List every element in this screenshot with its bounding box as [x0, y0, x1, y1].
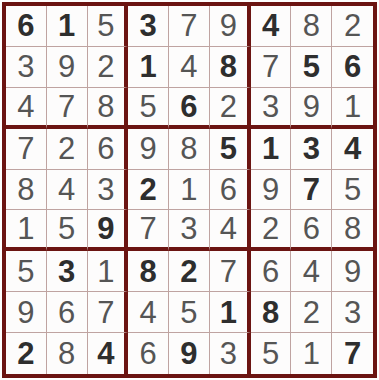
cell-r3c9[interactable]: 1	[332, 88, 373, 129]
sudoku-board: 6153794823921487564785623917269851348432…	[2, 2, 377, 378]
cell-r4c5[interactable]: 8	[169, 129, 210, 170]
cell-r4c9[interactable]: 4	[332, 129, 373, 170]
cell-r9c3[interactable]: 4	[88, 333, 129, 374]
cell-r2c4[interactable]: 1	[128, 47, 169, 88]
cell-r4c8[interactable]: 3	[291, 129, 332, 170]
cell-r5c2[interactable]: 4	[47, 170, 88, 211]
cell-r8c9[interactable]: 3	[332, 292, 373, 333]
cell-r1c8[interactable]: 8	[291, 6, 332, 47]
cell-r5c9[interactable]: 5	[332, 170, 373, 211]
cell-r4c4[interactable]: 9	[128, 129, 169, 170]
cell-r2c8[interactable]: 5	[291, 47, 332, 88]
cell-r5c7[interactable]: 9	[251, 170, 292, 211]
cell-r7c1[interactable]: 5	[6, 251, 47, 292]
cell-r3c5[interactable]: 6	[169, 88, 210, 129]
cell-r1c5[interactable]: 7	[169, 6, 210, 47]
cell-r8c2[interactable]: 6	[47, 292, 88, 333]
cell-r7c4[interactable]: 8	[128, 251, 169, 292]
cell-r3c8[interactable]: 9	[291, 88, 332, 129]
cell-r2c5[interactable]: 4	[169, 47, 210, 88]
cell-r6c4[interactable]: 7	[128, 210, 169, 251]
cell-r9c7[interactable]: 5	[251, 333, 292, 374]
cell-r4c3[interactable]: 6	[88, 129, 129, 170]
cell-r2c1[interactable]: 3	[6, 47, 47, 88]
cell-r5c4[interactable]: 2	[128, 170, 169, 211]
cell-r6c3[interactable]: 9	[88, 210, 129, 251]
cell-r8c4[interactable]: 4	[128, 292, 169, 333]
cell-r8c6[interactable]: 1	[210, 292, 251, 333]
cell-r7c5[interactable]: 2	[169, 251, 210, 292]
cell-r8c3[interactable]: 7	[88, 292, 129, 333]
cell-r1c3[interactable]: 5	[88, 6, 129, 47]
cell-r6c8[interactable]: 6	[291, 210, 332, 251]
cell-r2c3[interactable]: 2	[88, 47, 129, 88]
cell-r6c6[interactable]: 4	[210, 210, 251, 251]
cell-r9c9[interactable]: 7	[332, 333, 373, 374]
cell-r7c2[interactable]: 3	[47, 251, 88, 292]
cell-r9c6[interactable]: 3	[210, 333, 251, 374]
cell-r6c1[interactable]: 1	[6, 210, 47, 251]
cell-r1c1[interactable]: 6	[6, 6, 47, 47]
cell-r4c6[interactable]: 5	[210, 129, 251, 170]
cell-r2c7[interactable]: 7	[251, 47, 292, 88]
cell-r4c2[interactable]: 2	[47, 129, 88, 170]
cell-r3c1[interactable]: 4	[6, 88, 47, 129]
cell-r6c5[interactable]: 3	[169, 210, 210, 251]
cell-r7c8[interactable]: 4	[291, 251, 332, 292]
cell-r9c4[interactable]: 6	[128, 333, 169, 374]
sudoku-page: 6153794823921487564785623917269851348432…	[0, 0, 379, 380]
cell-r3c4[interactable]: 5	[128, 88, 169, 129]
cell-r9c5[interactable]: 9	[169, 333, 210, 374]
cell-r9c2[interactable]: 8	[47, 333, 88, 374]
cell-r2c9[interactable]: 6	[332, 47, 373, 88]
cell-r7c9[interactable]: 9	[332, 251, 373, 292]
cell-r9c8[interactable]: 1	[291, 333, 332, 374]
cell-r3c6[interactable]: 2	[210, 88, 251, 129]
cell-r6c2[interactable]: 5	[47, 210, 88, 251]
cell-r7c6[interactable]: 7	[210, 251, 251, 292]
cell-r1c7[interactable]: 4	[251, 6, 292, 47]
cell-r2c6[interactable]: 8	[210, 47, 251, 88]
cell-r9c1[interactable]: 2	[6, 333, 47, 374]
cell-r6c7[interactable]: 2	[251, 210, 292, 251]
cell-r5c1[interactable]: 8	[6, 170, 47, 211]
cell-r1c4[interactable]: 3	[128, 6, 169, 47]
cell-r8c7[interactable]: 8	[251, 292, 292, 333]
cell-r5c3[interactable]: 3	[88, 170, 129, 211]
cell-r3c3[interactable]: 8	[88, 88, 129, 129]
cell-r5c8[interactable]: 7	[291, 170, 332, 211]
cell-r8c8[interactable]: 2	[291, 292, 332, 333]
cell-r1c9[interactable]: 2	[332, 6, 373, 47]
cell-r3c7[interactable]: 3	[251, 88, 292, 129]
cell-r7c3[interactable]: 1	[88, 251, 129, 292]
cell-r3c2[interactable]: 7	[47, 88, 88, 129]
cell-r4c7[interactable]: 1	[251, 129, 292, 170]
cell-r4c1[interactable]: 7	[6, 129, 47, 170]
cell-r7c7[interactable]: 6	[251, 251, 292, 292]
cell-r8c5[interactable]: 5	[169, 292, 210, 333]
cell-r1c6[interactable]: 9	[210, 6, 251, 47]
cell-r2c2[interactable]: 9	[47, 47, 88, 88]
cell-r5c5[interactable]: 1	[169, 170, 210, 211]
cell-r6c9[interactable]: 8	[332, 210, 373, 251]
cell-r1c2[interactable]: 1	[47, 6, 88, 47]
cell-r8c1[interactable]: 9	[6, 292, 47, 333]
cell-r5c6[interactable]: 6	[210, 170, 251, 211]
